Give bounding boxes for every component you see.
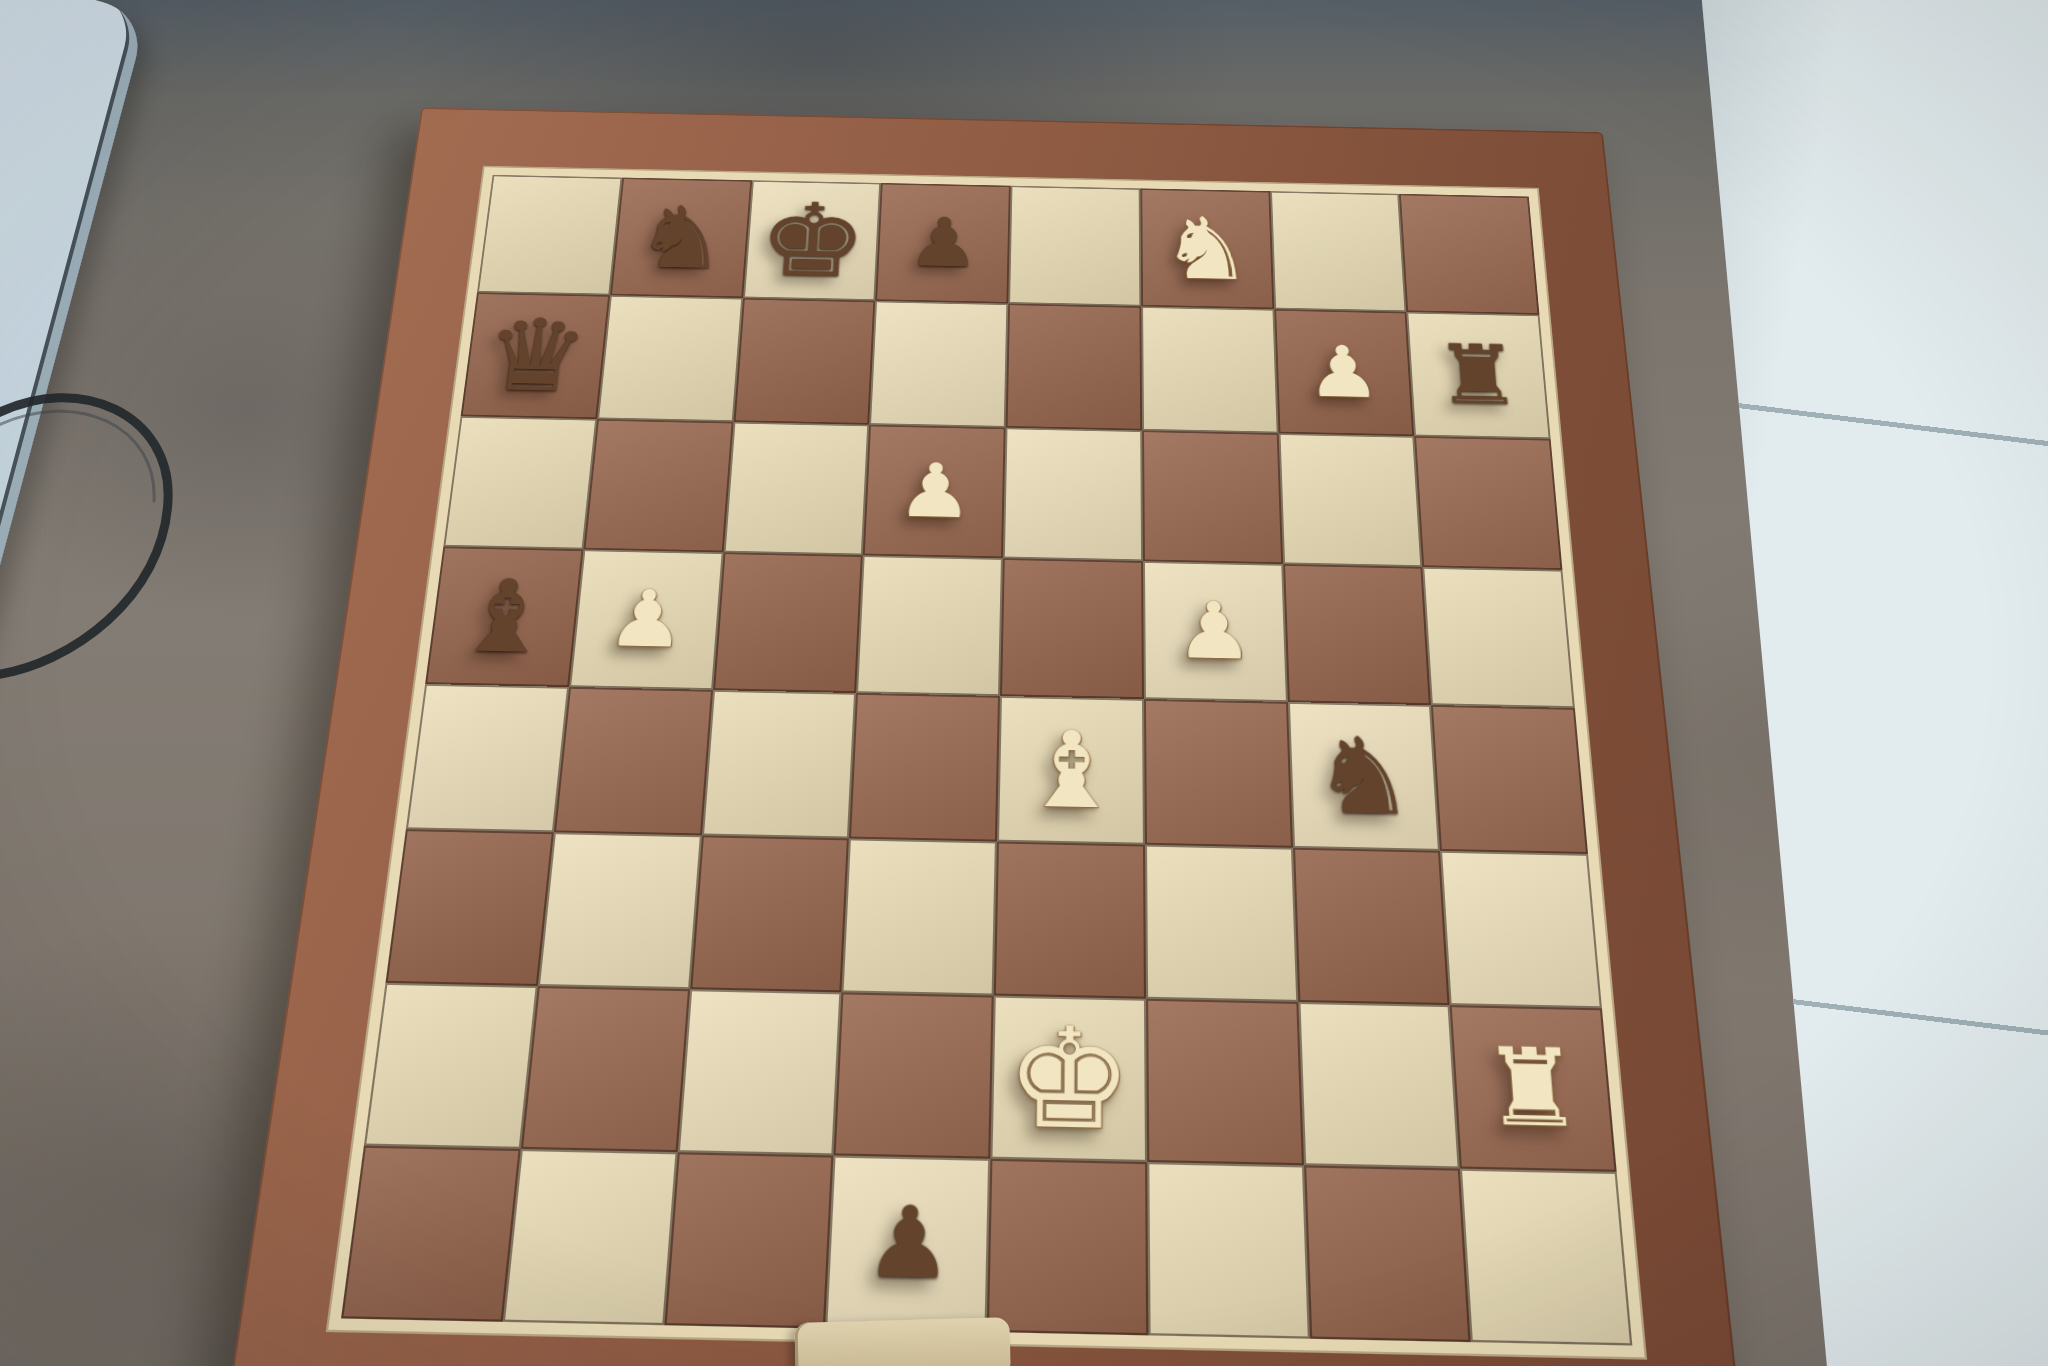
square-c1 (664, 1152, 834, 1328)
square-c2 (677, 989, 842, 1155)
square-d8: ♟ (875, 183, 1010, 304)
piece-black-bishop-a5: ♝ (449, 566, 560, 667)
square-g7: ♟ (1274, 309, 1415, 436)
square-e2: ♚ (990, 996, 1147, 1162)
square-c7 (733, 298, 875, 425)
square-d4 (849, 693, 1000, 842)
piece-black-king-c8: ♚ (755, 189, 869, 292)
square-d1: ♟ (825, 1155, 990, 1332)
square-f4 (1144, 699, 1293, 848)
square-b6 (583, 419, 733, 552)
square-h2: ♜ (1450, 1005, 1617, 1172)
square-f5: ♟ (1143, 561, 1288, 702)
square-b1 (502, 1149, 677, 1325)
square-e1 (987, 1159, 1148, 1336)
square-g1 (1303, 1165, 1470, 1342)
square-a7: ♛ (461, 292, 610, 419)
piece-white-knight-f8: ♞ (1160, 205, 1253, 292)
square-b8: ♞ (610, 178, 752, 298)
piece-white-rook-h2: ♜ (1479, 1033, 1585, 1143)
piece-black-queen-a7: ♛ (478, 305, 594, 406)
piece-black-knight-b8: ♞ (632, 194, 731, 281)
square-h8 (1399, 194, 1539, 315)
square-e3 (994, 842, 1146, 999)
square-d5 (856, 555, 1003, 696)
square-d6: ♟ (863, 425, 1006, 558)
square-a2 (364, 983, 538, 1149)
cable (0, 375, 190, 725)
square-a1 (341, 1146, 521, 1322)
piece-black-pawn-d1: ♟ (863, 1193, 954, 1293)
square-g4: ♞ (1287, 702, 1440, 851)
square-c3 (690, 835, 850, 992)
square-d2 (834, 992, 994, 1158)
square-c4 (701, 690, 856, 838)
square-a5: ♝ (425, 546, 583, 686)
square-c6 (723, 422, 869, 555)
square-b4 (554, 687, 713, 835)
square-b7 (597, 295, 743, 422)
square-f8: ♞ (1140, 188, 1274, 309)
square-e4: ♝ (997, 696, 1145, 845)
piece-white-pawn-f5: ♟ (1175, 591, 1254, 671)
square-g3 (1292, 848, 1449, 1005)
square-h4 (1431, 705, 1588, 854)
square-f7 (1141, 306, 1278, 433)
square-g5 (1283, 564, 1432, 705)
square-f6 (1142, 430, 1283, 564)
square-h1 (1460, 1169, 1632, 1346)
square-h7: ♜ (1407, 312, 1551, 439)
piece-white-bishop-e4: ♝ (1020, 716, 1123, 823)
piece-white-pawn-b5: ♟ (604, 579, 689, 659)
square-d3 (842, 838, 997, 995)
piece-black-knight-g4: ♞ (1310, 722, 1417, 829)
piece-white-king-e2: ♚ (1004, 1008, 1133, 1150)
square-f3 (1145, 845, 1298, 1002)
board-inner-border: ♞♚♟♞♛♟♜♟♝♟♟♝♞♚♜♟ (326, 166, 1647, 1360)
square-h5 (1423, 567, 1575, 708)
square-b3 (538, 832, 702, 989)
square-e7 (1006, 304, 1142, 431)
chessboard: ♞♚♟♞♛♟♜♟♝♟♟♝♞♚♜♟ (335, 0, 1665, 1366)
square-a4 (406, 684, 569, 832)
board-squares: ♞♚♟♞♛♟♜♟♝♟♟♝♞♚♜♟ (341, 175, 1632, 1346)
piece-black-pawn-d8: ♟ (906, 209, 980, 277)
square-e6 (1003, 428, 1143, 562)
square-h6 (1414, 436, 1562, 570)
square-e5 (1000, 558, 1144, 699)
square-a3 (386, 829, 554, 986)
square-a6 (443, 416, 597, 549)
square-c5 (713, 552, 863, 693)
square-g2 (1298, 1002, 1460, 1169)
square-a8 (477, 175, 622, 295)
board-frame: ♞♚♟♞♛♟♜♟♝♟♟♝♞♚♜♟ (224, 107, 1745, 1366)
square-e8 (1008, 186, 1141, 307)
square-c8: ♚ (743, 180, 882, 301)
square-g8 (1270, 191, 1407, 312)
square-d7 (869, 301, 1008, 428)
square-f2 (1146, 999, 1304, 1166)
square-h3 (1440, 851, 1602, 1008)
bottom-object (794, 1317, 1010, 1366)
piece-white-pawn-g7: ♟ (1305, 336, 1382, 408)
piece-white-pawn-d6: ♟ (896, 453, 974, 529)
piece-black-rook-h7: ♜ (1432, 333, 1524, 417)
square-b5: ♟ (569, 549, 723, 690)
photo-overhead-chessboard: { "game": "chess", "description": "Overh… (0, 0, 2048, 1366)
square-b2 (521, 986, 690, 1152)
square-f1 (1147, 1162, 1310, 1339)
square-g6 (1278, 433, 1422, 567)
